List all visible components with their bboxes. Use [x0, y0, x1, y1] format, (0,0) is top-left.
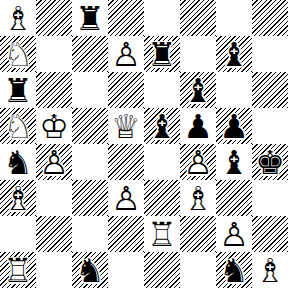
- black-bishop-icon: ♝: [180, 72, 216, 108]
- square-h4[interactable]: ♚♚: [252, 144, 288, 180]
- white-king-icon: ♔: [36, 108, 72, 144]
- white-pawn-icon: ♙: [180, 144, 216, 180]
- chess-board: ♝♗♜♜♞♘♟♙♜♜♝♝♜♜♝♝♞♘♚♔♛♕♝♝♟♟♟♟♞♞♟♙♟♙♝♝♚♚♝♗…: [0, 0, 288, 288]
- square-f6[interactable]: ♝♝: [180, 72, 216, 108]
- square-a3[interactable]: ♝♗: [0, 180, 36, 216]
- square-c3[interactable]: [72, 180, 108, 216]
- piece-black-knight[interactable]: ♞♞: [216, 252, 252, 288]
- square-h6[interactable]: [252, 72, 288, 108]
- piece-black-rook[interactable]: ♜♜: [144, 36, 180, 72]
- square-a7[interactable]: ♞♘: [0, 36, 36, 72]
- square-e8[interactable]: [144, 0, 180, 36]
- square-g1[interactable]: ♞♞: [216, 252, 252, 288]
- square-e4[interactable]: [144, 144, 180, 180]
- square-g4[interactable]: ♝♝: [216, 144, 252, 180]
- square-b6[interactable]: [36, 72, 72, 108]
- piece-white-bishop[interactable]: ♝♗: [0, 180, 36, 216]
- black-rook-icon: ♜: [144, 36, 180, 72]
- square-e6[interactable]: [144, 72, 180, 108]
- square-g2[interactable]: ♟♙: [216, 216, 252, 252]
- square-e5[interactable]: ♝♝: [144, 108, 180, 144]
- square-d6[interactable]: [108, 72, 144, 108]
- square-f2[interactable]: [180, 216, 216, 252]
- piece-white-bishop[interactable]: ♝♗: [180, 180, 216, 216]
- piece-black-rook[interactable]: ♜♜: [72, 0, 108, 36]
- black-bishop-icon: ♝: [216, 36, 252, 72]
- black-pawn-icon: ♟: [216, 108, 252, 144]
- black-bishop-icon: ♝: [216, 144, 252, 180]
- piece-black-knight[interactable]: ♞♞: [72, 252, 108, 288]
- square-g3[interactable]: [216, 180, 252, 216]
- square-a8[interactable]: ♝♗: [0, 0, 36, 36]
- piece-black-pawn[interactable]: ♟♟: [180, 108, 216, 144]
- square-c8[interactable]: ♜♜: [72, 0, 108, 36]
- square-h7[interactable]: [252, 36, 288, 72]
- piece-white-bishop[interactable]: ♝♗: [0, 0, 36, 36]
- piece-white-knight[interactable]: ♞♘: [0, 36, 36, 72]
- square-d7[interactable]: ♟♙: [108, 36, 144, 72]
- square-d4[interactable]: [108, 144, 144, 180]
- piece-white-pawn[interactable]: ♟♙: [36, 144, 72, 180]
- square-c1[interactable]: ♞♞: [72, 252, 108, 288]
- piece-white-pawn[interactable]: ♟♙: [108, 36, 144, 72]
- square-e1[interactable]: [144, 252, 180, 288]
- white-knight-icon: ♘: [0, 36, 36, 72]
- square-h8[interactable]: [252, 0, 288, 36]
- piece-white-rook[interactable]: ♜♖: [144, 216, 180, 252]
- square-h3[interactable]: [252, 180, 288, 216]
- square-f7[interactable]: [180, 36, 216, 72]
- square-d8[interactable]: [108, 0, 144, 36]
- white-bishop-icon: ♗: [0, 180, 36, 216]
- black-king-icon: ♚: [252, 144, 288, 180]
- black-rook-icon: ♜: [0, 72, 36, 108]
- white-pawn-icon: ♙: [36, 144, 72, 180]
- square-e7[interactable]: ♜♜: [144, 36, 180, 72]
- square-g8[interactable]: [216, 0, 252, 36]
- black-bishop-icon: ♝: [144, 108, 180, 144]
- piece-white-pawn[interactable]: ♟♙: [108, 180, 144, 216]
- square-a6[interactable]: ♜♜: [0, 72, 36, 108]
- square-f8[interactable]: [180, 0, 216, 36]
- black-knight-icon: ♞: [72, 252, 108, 288]
- square-a5[interactable]: ♞♘: [0, 108, 36, 144]
- black-pawn-icon: ♟: [180, 108, 216, 144]
- black-knight-icon: ♞: [0, 144, 36, 180]
- piece-black-king[interactable]: ♚♚: [252, 144, 288, 180]
- square-h1[interactable]: ♝♗: [252, 252, 288, 288]
- piece-white-king[interactable]: ♚♔: [36, 108, 72, 144]
- black-rook-icon: ♜: [72, 0, 108, 36]
- square-b2[interactable]: [36, 216, 72, 252]
- square-a2[interactable]: [0, 216, 36, 252]
- piece-black-bishop[interactable]: ♝♝: [180, 72, 216, 108]
- piece-white-queen[interactable]: ♛♕: [108, 108, 144, 144]
- piece-white-pawn[interactable]: ♟♙: [216, 216, 252, 252]
- square-g7[interactable]: ♝♝: [216, 36, 252, 72]
- white-queen-icon: ♕: [108, 108, 144, 144]
- square-e2[interactable]: ♜♖: [144, 216, 180, 252]
- square-d1[interactable]: [108, 252, 144, 288]
- white-rook-icon: ♖: [0, 252, 36, 288]
- square-f1[interactable]: [180, 252, 216, 288]
- square-c4[interactable]: [72, 144, 108, 180]
- square-a4[interactable]: ♞♞: [0, 144, 36, 180]
- square-h2[interactable]: [252, 216, 288, 252]
- white-rook-icon: ♖: [144, 216, 180, 252]
- square-d3[interactable]: ♟♙: [108, 180, 144, 216]
- square-d5[interactable]: ♛♕: [108, 108, 144, 144]
- square-c6[interactable]: [72, 72, 108, 108]
- piece-black-bishop[interactable]: ♝♝: [216, 144, 252, 180]
- square-h5[interactable]: [252, 108, 288, 144]
- square-e3[interactable]: [144, 180, 180, 216]
- white-knight-icon: ♘: [0, 108, 36, 144]
- square-b1[interactable]: [36, 252, 72, 288]
- square-f3[interactable]: ♝♗: [180, 180, 216, 216]
- square-b3[interactable]: [36, 180, 72, 216]
- square-f4[interactable]: ♟♙: [180, 144, 216, 180]
- piece-black-bishop[interactable]: ♝♝: [144, 108, 180, 144]
- white-pawn-icon: ♙: [216, 216, 252, 252]
- square-g6[interactable]: [216, 72, 252, 108]
- white-bishop-icon: ♗: [252, 252, 288, 288]
- white-pawn-icon: ♙: [108, 36, 144, 72]
- piece-black-knight[interactable]: ♞♞: [0, 144, 36, 180]
- square-f5[interactable]: ♟♟: [180, 108, 216, 144]
- square-b4[interactable]: ♟♙: [36, 144, 72, 180]
- piece-black-pawn[interactable]: ♟♟: [216, 108, 252, 144]
- piece-white-knight[interactable]: ♞♘: [0, 108, 36, 144]
- square-c5[interactable]: [72, 108, 108, 144]
- square-b7[interactable]: [36, 36, 72, 72]
- piece-white-bishop[interactable]: ♝♗: [252, 252, 288, 288]
- white-bishop-icon: ♗: [180, 180, 216, 216]
- piece-black-rook[interactable]: ♜♜: [0, 72, 36, 108]
- white-bishop-icon: ♗: [0, 0, 36, 36]
- square-a1[interactable]: ♜♖: [0, 252, 36, 288]
- square-g5[interactable]: ♟♟: [216, 108, 252, 144]
- square-b5[interactable]: ♚♔: [36, 108, 72, 144]
- white-pawn-icon: ♙: [108, 180, 144, 216]
- square-b8[interactable]: [36, 0, 72, 36]
- black-knight-icon: ♞: [216, 252, 252, 288]
- piece-black-bishop[interactable]: ♝♝: [216, 36, 252, 72]
- piece-white-rook[interactable]: ♜♖: [0, 252, 36, 288]
- square-d2[interactable]: [108, 216, 144, 252]
- square-c2[interactable]: [72, 216, 108, 252]
- piece-white-pawn[interactable]: ♟♙: [180, 144, 216, 180]
- square-c7[interactable]: [72, 36, 108, 72]
